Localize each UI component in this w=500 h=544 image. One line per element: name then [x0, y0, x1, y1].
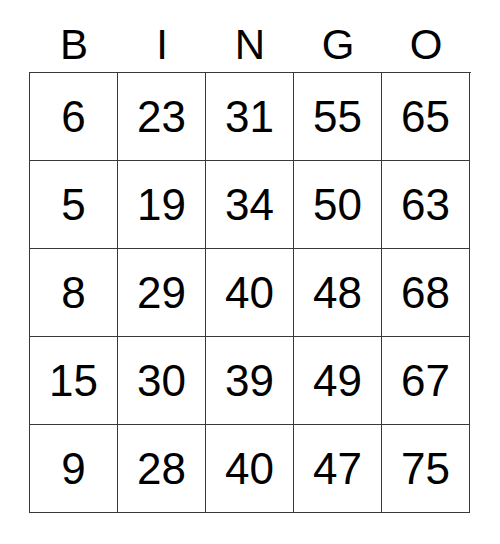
bingo-cell-r2c3[interactable]: 34 — [206, 161, 294, 249]
bingo-cell-r1c1[interactable]: 6 — [30, 73, 118, 161]
bingo-cell-r5c5[interactable]: 75 — [382, 425, 470, 513]
bingo-cell-r2c4[interactable]: 50 — [294, 161, 382, 249]
bingo-cell-r3c3[interactable]: 40 — [206, 249, 294, 337]
bingo-cell-r4c4[interactable]: 49 — [294, 337, 382, 425]
bingo-grid: 6 23 31 55 65 5 19 34 50 63 8 29 40 48 6… — [29, 72, 471, 513]
header-letter-o: O — [382, 0, 470, 72]
bingo-cell-r5c1[interactable]: 9 — [30, 425, 118, 513]
bingo-header-row: B I N G O — [29, 0, 471, 72]
bingo-cell-r3c2[interactable]: 29 — [118, 249, 206, 337]
bingo-cell-r3c5[interactable]: 68 — [382, 249, 470, 337]
bingo-cell-r1c5[interactable]: 65 — [382, 73, 470, 161]
bingo-card-page: B I N G O 6 23 31 55 65 5 19 34 50 63 8 … — [0, 0, 500, 544]
header-letter-b: B — [30, 0, 118, 72]
bingo-cell-r4c3[interactable]: 39 — [206, 337, 294, 425]
bingo-cell-r1c4[interactable]: 55 — [294, 73, 382, 161]
bingo-cell-r2c1[interactable]: 5 — [30, 161, 118, 249]
header-letter-i: I — [118, 0, 206, 72]
bingo-cell-r5c2[interactable]: 28 — [118, 425, 206, 513]
bingo-cell-r4c1[interactable]: 15 — [30, 337, 118, 425]
header-letter-n: N — [206, 0, 294, 72]
bingo-cell-r3c1[interactable]: 8 — [30, 249, 118, 337]
bingo-card: B I N G O 6 23 31 55 65 5 19 34 50 63 8 … — [29, 0, 471, 513]
bingo-cell-r2c2[interactable]: 19 — [118, 161, 206, 249]
bingo-cell-r3c4[interactable]: 48 — [294, 249, 382, 337]
bingo-cell-r2c5[interactable]: 63 — [382, 161, 470, 249]
bingo-cell-r1c2[interactable]: 23 — [118, 73, 206, 161]
bingo-cell-r4c2[interactable]: 30 — [118, 337, 206, 425]
bingo-cell-r5c4[interactable]: 47 — [294, 425, 382, 513]
bingo-cell-r4c5[interactable]: 67 — [382, 337, 470, 425]
bingo-cell-r5c3[interactable]: 40 — [206, 425, 294, 513]
header-letter-g: G — [294, 0, 382, 72]
bingo-cell-r1c3[interactable]: 31 — [206, 73, 294, 161]
